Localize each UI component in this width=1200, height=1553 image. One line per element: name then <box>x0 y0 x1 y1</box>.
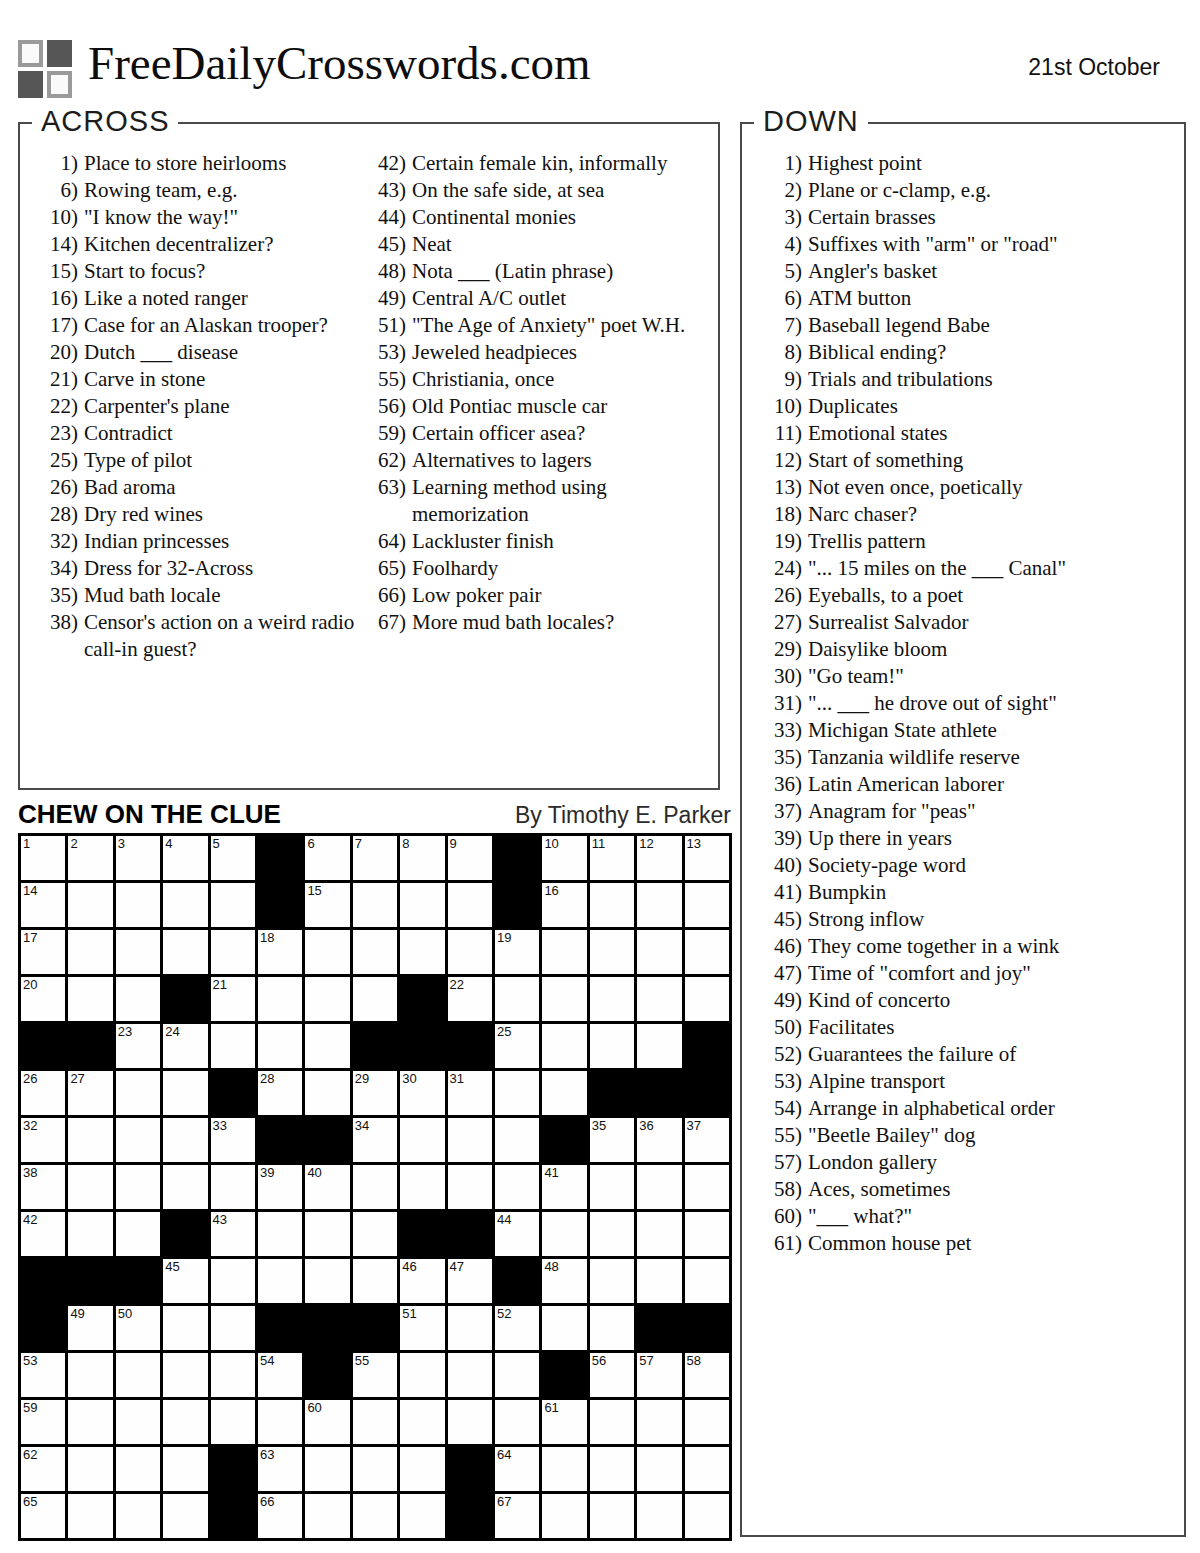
clue-text: Eyeballs, to a poet <box>808 582 1174 609</box>
cell-r7c4[interactable] <box>163 1118 207 1162</box>
cell-r11c2[interactable]: 49 <box>68 1306 112 1350</box>
cell-number-5: 5 <box>213 836 220 851</box>
cell-r12c4[interactable] <box>163 1353 207 1397</box>
cell-r2c14[interactable] <box>637 883 681 927</box>
clue-down-31: 31)"... ___ he drove out of sight" <box>764 690 1174 717</box>
cell-r7c1[interactable]: 32 <box>21 1118 65 1162</box>
cell-r5c5[interactable] <box>211 1024 255 1068</box>
cell-r12c13[interactable]: 56 <box>590 1353 634 1397</box>
clue-number: 27) <box>764 609 808 636</box>
cell-r3c3[interactable] <box>116 930 160 974</box>
cell-r6c8[interactable]: 29 <box>353 1071 397 1115</box>
cell-number-64: 64 <box>497 1447 511 1462</box>
cell-r3c15[interactable] <box>685 930 729 974</box>
cell-r9c6[interactable] <box>258 1212 302 1256</box>
clue-across-6: 6)Rowing team, e.g. <box>40 177 362 204</box>
cell-r3c11[interactable]: 19 <box>495 930 539 974</box>
cell-r11c13[interactable] <box>590 1306 634 1350</box>
cell-r11c10[interactable] <box>448 1306 492 1350</box>
cell-number-61: 61 <box>544 1400 558 1415</box>
black-cell-r9c10 <box>448 1212 492 1256</box>
clue-number: 20) <box>40 339 84 366</box>
cell-number-19: 19 <box>497 930 511 945</box>
clue-number: 44) <box>368 204 412 231</box>
cell-r10c5[interactable] <box>211 1259 255 1303</box>
cell-r14c14[interactable] <box>637 1447 681 1491</box>
cell-r15c8[interactable] <box>353 1494 397 1538</box>
cell-r7c11[interactable] <box>495 1118 539 1162</box>
cell-r1c15[interactable]: 13 <box>685 836 729 880</box>
black-cell-r11c8 <box>353 1306 397 1350</box>
cell-r8c5[interactable] <box>211 1165 255 1209</box>
clue-number: 49) <box>764 987 808 1014</box>
clue-text: "___ what?" <box>808 1203 1174 1230</box>
cell-r14c13[interactable] <box>590 1447 634 1491</box>
cell-r2c10[interactable] <box>448 883 492 927</box>
cell-r1c14[interactable]: 12 <box>637 836 681 880</box>
puzzle-title: CHEW ON THE CLUE <box>18 799 281 830</box>
clue-number: 34) <box>40 555 84 582</box>
black-cell-r6c13 <box>590 1071 634 1115</box>
cell-r8c10[interactable] <box>448 1165 492 1209</box>
cell-r13c6[interactable] <box>258 1400 302 1444</box>
clue-text: Foolhardy <box>412 555 716 582</box>
cell-r6c10[interactable]: 31 <box>448 1071 492 1115</box>
cell-number-25: 25 <box>497 1024 511 1039</box>
cell-r7c10[interactable] <box>448 1118 492 1162</box>
clue-number: 33) <box>764 717 808 744</box>
clue-text: Trellis pattern <box>808 528 1174 555</box>
clue-text: Biblical ending? <box>808 339 1174 366</box>
clue-number: 46) <box>764 933 808 960</box>
clue-number: 18) <box>764 501 808 528</box>
cell-r10c7[interactable] <box>305 1259 349 1303</box>
clue-down-58: 58)Aces, sometimes <box>764 1176 1174 1203</box>
cell-r5c6[interactable] <box>258 1024 302 1068</box>
cell-r6c12[interactable] <box>542 1071 586 1115</box>
cell-r9c12[interactable] <box>542 1212 586 1256</box>
cell-number-67: 67 <box>497 1494 511 1509</box>
cell-r2c5[interactable] <box>211 883 255 927</box>
cell-number-35: 35 <box>592 1118 606 1133</box>
cell-r1c10[interactable]: 9 <box>448 836 492 880</box>
cell-r7c13[interactable]: 35 <box>590 1118 634 1162</box>
clue-down-36: 36)Latin American laborer <box>764 771 1174 798</box>
cell-number-36: 36 <box>639 1118 653 1133</box>
cell-number-14: 14 <box>23 883 37 898</box>
clue-down-39: 39)Up there in years <box>764 825 1174 852</box>
cell-r3c5[interactable] <box>211 930 255 974</box>
cell-r12c3[interactable] <box>116 1353 160 1397</box>
clue-number: 4) <box>764 231 808 258</box>
down-clues-box: DOWN 1)Highest point2)Plane or c-clamp, … <box>740 122 1186 1537</box>
cell-r3c9[interactable] <box>400 930 444 974</box>
cell-number-66: 66 <box>260 1494 274 1509</box>
cell-number-16: 16 <box>544 883 558 898</box>
cell-r1c4[interactable]: 4 <box>163 836 207 880</box>
cell-r15c4[interactable] <box>163 1494 207 1538</box>
cell-number-2: 2 <box>70 836 77 851</box>
clue-number: 38) <box>40 609 84 663</box>
cell-r7c9[interactable] <box>400 1118 444 1162</box>
cell-r5c7[interactable] <box>305 1024 349 1068</box>
cell-r4c7[interactable] <box>305 977 349 1021</box>
cell-r3c4[interactable] <box>163 930 207 974</box>
cell-r5c3[interactable]: 23 <box>116 1024 160 1068</box>
cell-number-39: 39 <box>260 1165 274 1180</box>
cell-r6c7[interactable] <box>305 1071 349 1115</box>
cell-r8c14[interactable] <box>637 1165 681 1209</box>
cell-r8c13[interactable] <box>590 1165 634 1209</box>
cell-r7c15[interactable]: 37 <box>685 1118 729 1162</box>
cell-r14c6[interactable]: 63 <box>258 1447 302 1491</box>
cell-r3c2[interactable] <box>68 930 112 974</box>
clue-down-11: 11)Emotional states <box>764 420 1174 447</box>
cell-r13c8[interactable] <box>353 1400 397 1444</box>
cell-r10c10[interactable]: 47 <box>448 1259 492 1303</box>
cell-r15c14[interactable] <box>637 1494 681 1538</box>
cell-r3c10[interactable] <box>448 930 492 974</box>
cell-r12c15[interactable]: 58 <box>685 1353 729 1397</box>
cell-r1c9[interactable]: 8 <box>400 836 444 880</box>
cell-r9c15[interactable] <box>685 1212 729 1256</box>
cell-r14c1[interactable]: 62 <box>21 1447 65 1491</box>
clue-number: 31) <box>764 690 808 717</box>
cell-r8c4[interactable] <box>163 1165 207 1209</box>
clue-text: "Beetle Bailey" dog <box>808 1122 1174 1149</box>
black-cell-r5c10 <box>448 1024 492 1068</box>
clue-across-49: 49)Central A/C outlet <box>368 285 716 312</box>
cell-number-20: 20 <box>23 977 37 992</box>
cell-r6c9[interactable]: 30 <box>400 1071 444 1115</box>
clue-down-41: 41)Bumpkin <box>764 879 1174 906</box>
cell-r7c2[interactable] <box>68 1118 112 1162</box>
cell-r13c7[interactable]: 60 <box>305 1400 349 1444</box>
cell-r10c8[interactable] <box>353 1259 397 1303</box>
cell-r2c1[interactable]: 14 <box>21 883 65 927</box>
cell-r15c3[interactable] <box>116 1494 160 1538</box>
cell-r15c12[interactable] <box>542 1494 586 1538</box>
cell-number-47: 47 <box>450 1259 464 1274</box>
cell-r4c12[interactable] <box>542 977 586 1021</box>
cell-r9c7[interactable] <box>305 1212 349 1256</box>
clue-number: 39) <box>764 825 808 852</box>
clue-text: Kind of concerto <box>808 987 1174 1014</box>
cell-r11c3[interactable]: 50 <box>116 1306 160 1350</box>
cell-number-13: 13 <box>687 836 701 851</box>
cell-number-42: 42 <box>23 1212 37 1227</box>
clue-down-55: 55)"Beetle Bailey" dog <box>764 1122 1174 1149</box>
clue-text: Bad aroma <box>84 474 362 501</box>
clue-text: Up there in years <box>808 825 1174 852</box>
cell-r12c11[interactable] <box>495 1353 539 1397</box>
cell-r15c1[interactable]: 65 <box>21 1494 65 1538</box>
cell-r12c9[interactable] <box>400 1353 444 1397</box>
cell-r12c5[interactable] <box>211 1353 255 1397</box>
clue-across-1: 1)Place to store heirlooms <box>40 150 362 177</box>
cell-r12c14[interactable]: 57 <box>637 1353 681 1397</box>
cell-r3c12[interactable] <box>542 930 586 974</box>
cell-number-9: 9 <box>450 836 457 851</box>
cell-r2c13[interactable] <box>590 883 634 927</box>
cell-r12c2[interactable] <box>68 1353 112 1397</box>
cell-number-53: 53 <box>23 1353 37 1368</box>
clue-number: 23) <box>40 420 84 447</box>
cell-r4c13[interactable] <box>590 977 634 1021</box>
cell-r8c6[interactable]: 39 <box>258 1165 302 1209</box>
cell-r1c7[interactable]: 6 <box>305 836 349 880</box>
cell-r4c15[interactable] <box>685 977 729 1021</box>
cell-r6c2[interactable]: 27 <box>68 1071 112 1115</box>
cell-r8c8[interactable] <box>353 1165 397 1209</box>
clue-number: 64) <box>368 528 412 555</box>
cell-r10c15[interactable] <box>685 1259 729 1303</box>
cell-r5c12[interactable] <box>542 1024 586 1068</box>
cell-r1c12[interactable]: 10 <box>542 836 586 880</box>
clue-text: Jeweled headpieces <box>412 339 716 366</box>
cell-r2c12[interactable]: 16 <box>542 883 586 927</box>
cell-r12c6[interactable]: 54 <box>258 1353 302 1397</box>
cell-r10c13[interactable] <box>590 1259 634 1303</box>
cell-r7c14[interactable]: 36 <box>637 1118 681 1162</box>
black-cell-r4c4 <box>163 977 207 1021</box>
cell-r14c3[interactable] <box>116 1447 160 1491</box>
cell-r11c11[interactable]: 52 <box>495 1306 539 1350</box>
cell-r14c8[interactable] <box>353 1447 397 1491</box>
clue-down-54: 54)Arrange in alphabetical order <box>764 1095 1174 1122</box>
clue-text: Bumpkin <box>808 879 1174 906</box>
cell-number-7: 7 <box>355 836 362 851</box>
clue-across-48: 48)Nota ___ (Latin phrase) <box>368 258 716 285</box>
cell-r9c11[interactable]: 44 <box>495 1212 539 1256</box>
clue-across-59: 59)Certain officer asea? <box>368 420 716 447</box>
clue-text: Trials and tribulations <box>808 366 1174 393</box>
clue-across-14: 14)Kitchen decentralizer? <box>40 231 362 258</box>
clue-across-56: 56)Old Pontiac muscle car <box>368 393 716 420</box>
cell-r3c1[interactable]: 17 <box>21 930 65 974</box>
cell-r8c7[interactable]: 40 <box>305 1165 349 1209</box>
clue-text: Place to store heirlooms <box>84 150 362 177</box>
black-cell-r11c6 <box>258 1306 302 1350</box>
cell-r2c8[interactable] <box>353 883 397 927</box>
cell-r11c5[interactable] <box>211 1306 255 1350</box>
cell-r12c1[interactable]: 53 <box>21 1353 65 1397</box>
cell-r9c3[interactable] <box>116 1212 160 1256</box>
clue-down-2: 2)Plane or c-clamp, e.g. <box>764 177 1174 204</box>
black-cell-r11c1 <box>21 1306 65 1350</box>
black-cell-r4c9 <box>400 977 444 1021</box>
cell-r8c15[interactable] <box>685 1165 729 1209</box>
cell-r1c2[interactable]: 2 <box>68 836 112 880</box>
cell-r8c12[interactable]: 41 <box>542 1165 586 1209</box>
cell-r14c9[interactable] <box>400 1447 444 1491</box>
clue-text: Continental monies <box>412 204 716 231</box>
cell-r2c3[interactable] <box>116 883 160 927</box>
cell-r7c5[interactable]: 33 <box>211 1118 255 1162</box>
cell-r13c15[interactable] <box>685 1400 729 1444</box>
black-cell-r6c5 <box>211 1071 255 1115</box>
black-cell-r5c2 <box>68 1024 112 1068</box>
cell-number-15: 15 <box>307 883 321 898</box>
clue-down-18: 18)Narc chaser? <box>764 501 1174 528</box>
cell-r6c4[interactable] <box>163 1071 207 1115</box>
cell-r14c2[interactable] <box>68 1447 112 1491</box>
cell-r15c2[interactable] <box>68 1494 112 1538</box>
clue-down-7: 7)Baseball legend Babe <box>764 312 1174 339</box>
cell-r13c10[interactable] <box>448 1400 492 1444</box>
black-cell-r12c7 <box>305 1353 349 1397</box>
cell-number-18: 18 <box>260 930 274 945</box>
clue-text: "I know the way!" <box>84 204 362 231</box>
cell-r8c3[interactable] <box>116 1165 160 1209</box>
clue-text: Latin American laborer <box>808 771 1174 798</box>
clue-number: 17) <box>40 312 84 339</box>
cell-r1c13[interactable]: 11 <box>590 836 634 880</box>
cell-r15c15[interactable] <box>685 1494 729 1538</box>
clue-across-10: 10)"I know the way!" <box>40 204 362 231</box>
cell-r3c8[interactable] <box>353 930 397 974</box>
cell-number-52: 52 <box>497 1306 511 1321</box>
cell-r13c1[interactable]: 59 <box>21 1400 65 1444</box>
cell-r11c9[interactable]: 51 <box>400 1306 444 1350</box>
cell-r1c5[interactable]: 5 <box>211 836 255 880</box>
cell-r13c4[interactable] <box>163 1400 207 1444</box>
cell-r2c15[interactable] <box>685 883 729 927</box>
cell-r9c14[interactable] <box>637 1212 681 1256</box>
cell-r9c5[interactable]: 43 <box>211 1212 255 1256</box>
cell-r2c7[interactable]: 15 <box>305 883 349 927</box>
cell-r15c7[interactable] <box>305 1494 349 1538</box>
black-cell-r15c10 <box>448 1494 492 1538</box>
cell-r9c13[interactable] <box>590 1212 634 1256</box>
cell-r14c4[interactable] <box>163 1447 207 1491</box>
black-cell-r10c2 <box>68 1259 112 1303</box>
cell-r8c2[interactable] <box>68 1165 112 1209</box>
cell-r10c4[interactable]: 45 <box>163 1259 207 1303</box>
cell-r3c6[interactable]: 18 <box>258 930 302 974</box>
cell-r10c12[interactable]: 48 <box>542 1259 586 1303</box>
clue-text: Alternatives to lagers <box>412 447 716 474</box>
clue-down-29: 29)Daisylike bloom <box>764 636 1174 663</box>
cell-r4c10[interactable]: 22 <box>448 977 492 1021</box>
black-cell-r1c11 <box>495 836 539 880</box>
cell-r4c6[interactable] <box>258 977 302 1021</box>
clue-text: Certain officer asea? <box>412 420 716 447</box>
cell-r9c2[interactable] <box>68 1212 112 1256</box>
cell-r3c14[interactable] <box>637 930 681 974</box>
cell-r10c6[interactable] <box>258 1259 302 1303</box>
cell-r1c3[interactable]: 3 <box>116 836 160 880</box>
cell-number-10: 10 <box>544 836 558 851</box>
clue-number: 41) <box>764 879 808 906</box>
cell-r6c3[interactable] <box>116 1071 160 1115</box>
cell-r10c14[interactable] <box>637 1259 681 1303</box>
black-cell-r7c6 <box>258 1118 302 1162</box>
cell-r4c14[interactable] <box>637 977 681 1021</box>
cell-r13c12[interactable]: 61 <box>542 1400 586 1444</box>
cell-number-45: 45 <box>165 1259 179 1274</box>
clue-down-24: 24)"... 15 miles on the ___ Canal" <box>764 555 1174 582</box>
cell-r6c11[interactable] <box>495 1071 539 1115</box>
cell-r4c3[interactable] <box>116 977 160 1021</box>
black-cell-r6c15 <box>685 1071 729 1115</box>
cell-r8c11[interactable] <box>495 1165 539 1209</box>
cell-r12c10[interactable] <box>448 1353 492 1397</box>
cell-number-12: 12 <box>639 836 653 851</box>
clue-number: 35) <box>40 582 84 609</box>
clue-across-66: 66)Low poker pair <box>368 582 716 609</box>
cell-r9c8[interactable] <box>353 1212 397 1256</box>
clue-number: 54) <box>764 1095 808 1122</box>
cell-r13c11[interactable] <box>495 1400 539 1444</box>
cell-r14c12[interactable] <box>542 1447 586 1491</box>
clue-number: 26) <box>40 474 84 501</box>
cell-r13c5[interactable] <box>211 1400 255 1444</box>
cell-r4c11[interactable] <box>495 977 539 1021</box>
cell-r1c8[interactable]: 7 <box>353 836 397 880</box>
cell-r1c1[interactable]: 1 <box>21 836 65 880</box>
clue-number: 14) <box>40 231 84 258</box>
clue-text: Start of something <box>808 447 1174 474</box>
cell-r14c15[interactable] <box>685 1447 729 1491</box>
cell-r15c9[interactable] <box>400 1494 444 1538</box>
cell-r6c6[interactable]: 28 <box>258 1071 302 1115</box>
cell-r5c14[interactable] <box>637 1024 681 1068</box>
cell-r4c1[interactable]: 20 <box>21 977 65 1021</box>
cell-r7c8[interactable]: 34 <box>353 1118 397 1162</box>
cell-number-31: 31 <box>450 1071 464 1086</box>
cell-r3c7[interactable] <box>305 930 349 974</box>
cell-r5c11[interactable]: 25 <box>495 1024 539 1068</box>
cell-r13c14[interactable] <box>637 1400 681 1444</box>
clue-across-16: 16)Like a noted ranger <box>40 285 362 312</box>
cell-number-26: 26 <box>23 1071 37 1086</box>
cell-r9c1[interactable]: 42 <box>21 1212 65 1256</box>
clue-text: Neat <box>412 231 716 258</box>
cell-r4c5[interactable]: 21 <box>211 977 255 1021</box>
cell-r14c11[interactable]: 64 <box>495 1447 539 1491</box>
cell-r12c8[interactable]: 55 <box>353 1353 397 1397</box>
cell-r15c11[interactable]: 67 <box>495 1494 539 1538</box>
clue-text: "... 15 miles on the ___ Canal" <box>808 555 1174 582</box>
cell-r14c7[interactable] <box>305 1447 349 1491</box>
clue-down-8: 8)Biblical ending? <box>764 339 1174 366</box>
cell-r4c8[interactable] <box>353 977 397 1021</box>
cell-r5c13[interactable] <box>590 1024 634 1068</box>
cell-r11c12[interactable] <box>542 1306 586 1350</box>
clue-text: Surrealist Salvador <box>808 609 1174 636</box>
cell-number-29: 29 <box>355 1071 369 1086</box>
cell-r11c4[interactable] <box>163 1306 207 1350</box>
cell-r2c4[interactable] <box>163 883 207 927</box>
cell-r10c9[interactable]: 46 <box>400 1259 444 1303</box>
cell-r7c3[interactable] <box>116 1118 160 1162</box>
cell-r8c9[interactable] <box>400 1165 444 1209</box>
cell-r3c13[interactable] <box>590 930 634 974</box>
cell-r13c2[interactable] <box>68 1400 112 1444</box>
cell-r5c4[interactable]: 24 <box>163 1024 207 1068</box>
cell-r13c9[interactable] <box>400 1400 444 1444</box>
cell-r8c1[interactable]: 38 <box>21 1165 65 1209</box>
cell-r15c13[interactable] <box>590 1494 634 1538</box>
cell-r13c3[interactable] <box>116 1400 160 1444</box>
cell-r6c1[interactable]: 26 <box>21 1071 65 1115</box>
cell-r2c9[interactable] <box>400 883 444 927</box>
cell-r2c2[interactable] <box>68 883 112 927</box>
cell-r4c2[interactable] <box>68 977 112 1021</box>
cell-r13c13[interactable] <box>590 1400 634 1444</box>
cell-r15c6[interactable]: 66 <box>258 1494 302 1538</box>
